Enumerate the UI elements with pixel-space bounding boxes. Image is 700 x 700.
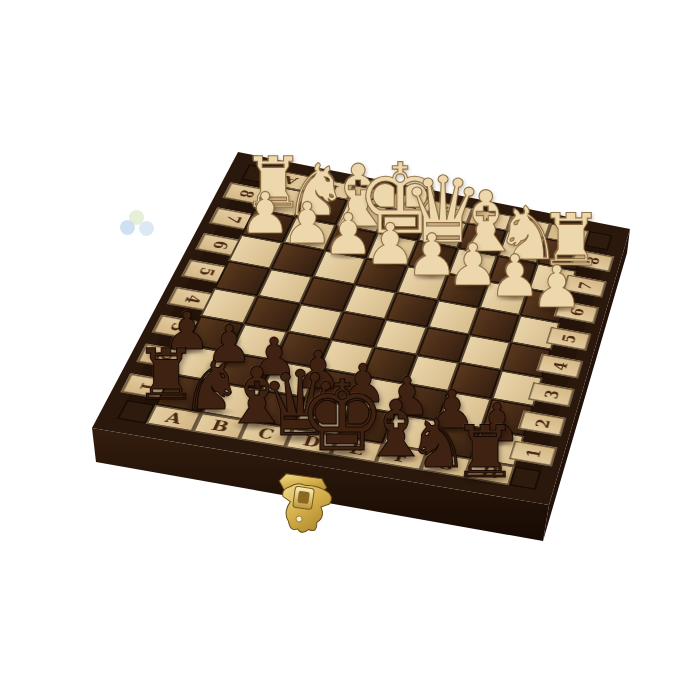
- brass-clasp[interactable]: [0, 0, 700, 700]
- chess-set-photo: ABCDEFGH8877665544332211ABCDEFGH ♜♞♝♚♛♝♞…: [0, 0, 700, 700]
- clasp-screw: [296, 516, 303, 523]
- clasp-hasp-slot: [297, 491, 310, 504]
